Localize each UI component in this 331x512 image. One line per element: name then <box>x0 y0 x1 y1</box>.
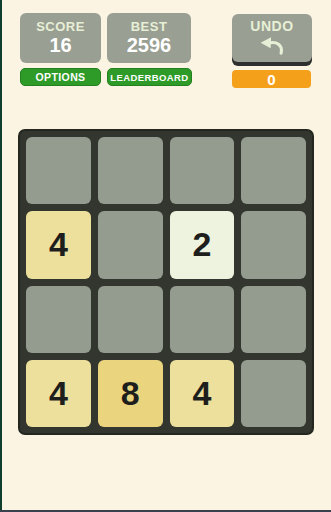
best-label: BEST <box>131 20 168 34</box>
screen-left-edge <box>0 0 2 512</box>
empty-cell-r3c3 <box>241 360 306 427</box>
tile-2-r1c2: 2 <box>170 211 235 278</box>
score-label: SCORE <box>36 20 85 34</box>
empty-cell-r2c1 <box>98 286 163 353</box>
empty-cell-r1c3 <box>241 211 306 278</box>
score-box: SCORE 16 <box>20 13 101 63</box>
empty-cell-r1c1 <box>98 211 163 278</box>
undo-button-label: UNDO <box>250 18 294 34</box>
empty-cell-r0c2 <box>170 137 235 204</box>
options-button-label: OPTIONS <box>35 71 85 83</box>
undo-count-badge: 0 <box>232 70 311 88</box>
board[interactable]: 42484 <box>18 129 314 435</box>
undo-arrow-icon <box>256 35 288 59</box>
tile-4-r3c2: 4 <box>170 360 235 427</box>
best-box: BEST 2596 <box>107 13 191 63</box>
empty-cell-r0c0 <box>26 137 91 204</box>
tile-8-r3c1: 8 <box>98 360 163 427</box>
empty-cell-r2c0 <box>26 286 91 353</box>
empty-cell-r2c2 <box>170 286 235 353</box>
empty-cell-r0c1 <box>98 137 163 204</box>
game-screen: SCORE 16 BEST 2596 OPTIONS LEADERBOARD U… <box>0 0 331 512</box>
empty-cell-r2c3 <box>241 286 306 353</box>
tile-4-r1c0: 4 <box>26 211 91 278</box>
undo-button[interactable]: UNDO <box>232 14 312 62</box>
leaderboard-button[interactable]: LEADERBOARD <box>107 68 192 86</box>
empty-cell-r0c3 <box>241 137 306 204</box>
leaderboard-button-label: LEADERBOARD <box>110 72 188 83</box>
best-value: 2596 <box>127 35 172 57</box>
options-button[interactable]: OPTIONS <box>20 68 101 86</box>
tile-4-r3c0: 4 <box>26 360 91 427</box>
score-value: 16 <box>49 35 71 57</box>
undo-count-value: 0 <box>267 71 275 88</box>
